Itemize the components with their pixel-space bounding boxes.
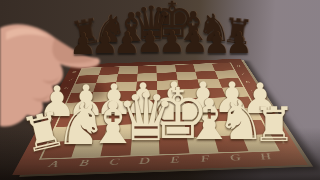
- hand: [0, 18, 112, 144]
- hand-silhouette: [0, 24, 100, 126]
- square-e4: [158, 99, 182, 111]
- square-d3: [133, 111, 159, 125]
- square-e3: [158, 110, 184, 123]
- square-f3: [182, 109, 210, 122]
- square-c4: [110, 100, 135, 112]
- hand-illustration: [0, 18, 112, 144]
- square-d4: [134, 100, 158, 112]
- square-f4: [180, 98, 206, 110]
